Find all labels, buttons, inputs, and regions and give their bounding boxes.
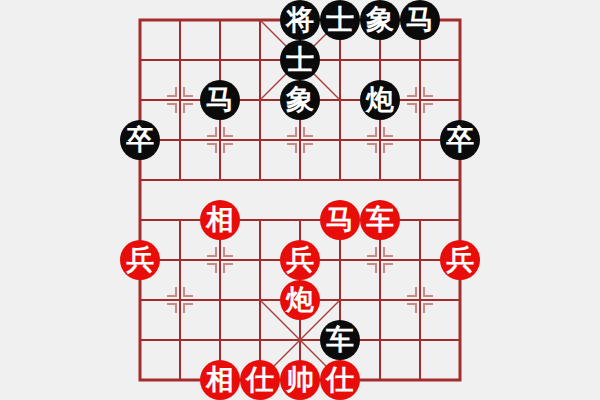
piece-red-advisor[interactable]: 仕 <box>240 360 280 400</box>
piece-black-advisor[interactable]: 士 <box>280 40 320 80</box>
piece-black-advisor[interactable]: 士 <box>320 0 360 40</box>
piece-red-chariot[interactable]: 车 <box>360 200 400 240</box>
piece-red-elephant[interactable]: 相 <box>200 360 240 400</box>
piece-red-pawn[interactable]: 兵 <box>280 240 320 280</box>
piece-red-pawn[interactable]: 兵 <box>120 240 160 280</box>
piece-red-general[interactable]: 帅 <box>280 360 320 400</box>
piece-black-horse[interactable]: 马 <box>400 0 440 40</box>
piece-black-horse[interactable]: 马 <box>200 80 240 120</box>
piece-red-cannon[interactable]: 炮 <box>280 280 320 320</box>
piece-black-pawn[interactable]: 卒 <box>120 120 160 160</box>
xiangqi-app: 将士象马士马象炮卒卒相马车兵兵兵炮车相仕帅仕 <box>0 0 600 400</box>
piece-black-pawn[interactable]: 卒 <box>440 120 480 160</box>
piece-black-chariot[interactable]: 车 <box>320 320 360 360</box>
board-grid[interactable]: 将士象马士马象炮卒卒相马车兵兵兵炮车相仕帅仕 <box>120 0 480 400</box>
piece-black-general[interactable]: 将 <box>280 0 320 40</box>
piece-black-elephant[interactable]: 象 <box>360 0 400 40</box>
piece-red-pawn[interactable]: 兵 <box>440 240 480 280</box>
piece-red-horse[interactable]: 马 <box>320 200 360 240</box>
piece-red-advisor[interactable]: 仕 <box>320 360 360 400</box>
piece-black-elephant[interactable]: 象 <box>280 80 320 120</box>
piece-red-elephant[interactable]: 相 <box>200 200 240 240</box>
piece-black-cannon[interactable]: 炮 <box>360 80 400 120</box>
